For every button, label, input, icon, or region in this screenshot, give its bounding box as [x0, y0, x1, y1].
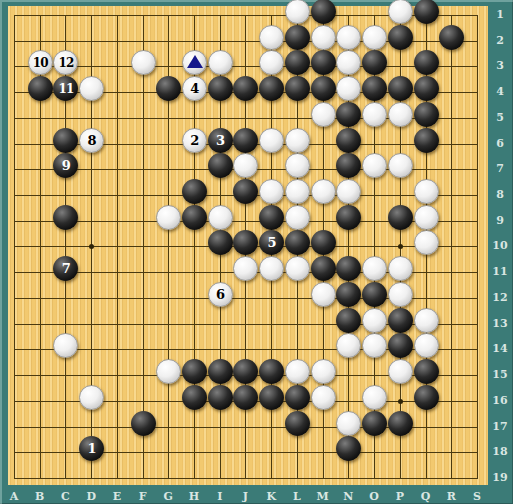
white-stone-F3[interactable]	[131, 50, 156, 75]
black-stone-P14[interactable]	[388, 333, 413, 358]
white-stone-L1[interactable]	[285, 0, 310, 24]
white-stone-P5[interactable]	[388, 102, 413, 127]
column-label-B: B	[32, 490, 48, 503]
black-stone-Q1[interactable]	[414, 0, 439, 24]
stone-move-number: 9	[62, 159, 71, 172]
black-stone-Q5[interactable]	[414, 102, 439, 127]
black-stone-J15[interactable]	[233, 359, 258, 384]
black-stone-L2[interactable]	[285, 25, 310, 50]
black-stone-M11[interactable]	[311, 256, 336, 281]
black-stone-K15[interactable]	[259, 359, 284, 384]
stone-move-number: 12	[59, 57, 74, 69]
column-label-G: G	[160, 490, 176, 503]
stone-move-number: 3	[216, 134, 225, 147]
white-stone-L8[interactable]	[285, 179, 310, 204]
row-label-2: 2	[490, 34, 510, 47]
white-stone-Q10[interactable]	[414, 230, 439, 255]
black-stone-N7[interactable]	[336, 153, 361, 178]
white-stone-L6[interactable]	[285, 128, 310, 153]
black-stone-Q3[interactable]	[414, 50, 439, 75]
black-stone-C6[interactable]	[53, 128, 78, 153]
stone-move-number: 10	[33, 57, 48, 69]
column-label-L: L	[289, 490, 305, 503]
row-label-12: 12	[490, 291, 510, 304]
black-stone-G4[interactable]	[156, 76, 181, 101]
white-stone-P7[interactable]	[388, 153, 413, 178]
black-stone-C7[interactable]: 9	[53, 153, 78, 178]
column-label-J: J	[237, 490, 253, 503]
row-label-10: 10	[490, 239, 510, 252]
white-stone-H3[interactable]	[182, 50, 207, 75]
column-label-E: E	[109, 490, 125, 503]
black-stone-R2[interactable]	[439, 25, 464, 50]
white-stone-K11[interactable]	[259, 256, 284, 281]
white-stone-M12[interactable]	[311, 282, 336, 307]
grid-line	[14, 478, 478, 479]
stone-move-number: 7	[62, 262, 71, 275]
black-stone-I15[interactable]	[208, 359, 233, 384]
black-stone-I10[interactable]	[208, 230, 233, 255]
grid-line	[451, 15, 452, 479]
black-stone-O17[interactable]	[362, 411, 387, 436]
black-stone-N5[interactable]	[336, 102, 361, 127]
row-label-3: 3	[490, 59, 510, 72]
row-label-4: 4	[490, 85, 510, 98]
stone-move-number: 6	[216, 288, 225, 301]
white-stone-P15[interactable]	[388, 359, 413, 384]
black-stone-P17[interactable]	[388, 411, 413, 436]
white-stone-M5[interactable]	[311, 102, 336, 127]
white-stone-N2[interactable]	[336, 25, 361, 50]
white-stone-H4[interactable]: 4	[182, 76, 207, 101]
white-stone-N17[interactable]	[336, 411, 361, 436]
black-stone-K16[interactable]	[259, 385, 284, 410]
black-stone-H9[interactable]	[182, 205, 207, 230]
black-stone-Q4[interactable]	[414, 76, 439, 101]
black-stone-O4[interactable]	[362, 76, 387, 101]
black-stone-J10[interactable]	[233, 230, 258, 255]
stone-move-number: 5	[267, 236, 276, 249]
row-label-1: 1	[490, 8, 510, 21]
row-label-18: 18	[490, 445, 510, 458]
black-stone-P2[interactable]	[388, 25, 413, 50]
white-stone-P11[interactable]	[388, 256, 413, 281]
white-stone-G9[interactable]	[156, 205, 181, 230]
white-stone-K2[interactable]	[259, 25, 284, 50]
black-stone-N18[interactable]	[336, 436, 361, 461]
black-stone-H8[interactable]	[182, 179, 207, 204]
white-stone-N14[interactable]	[336, 333, 361, 358]
black-stone-L3[interactable]	[285, 50, 310, 75]
black-stone-L16[interactable]	[285, 385, 310, 410]
black-stone-P4[interactable]	[388, 76, 413, 101]
black-stone-C9[interactable]	[53, 205, 78, 230]
column-label-R: R	[443, 490, 459, 503]
row-label-8: 8	[490, 188, 510, 201]
black-stone-I6[interactable]: 3	[208, 128, 233, 153]
white-stone-D6[interactable]: 8	[79, 128, 104, 153]
row-label-19: 19	[490, 471, 510, 484]
white-stone-Q9[interactable]	[414, 205, 439, 230]
row-label-9: 9	[490, 214, 510, 227]
column-label-H: H	[186, 490, 202, 503]
triangle-marker-icon	[187, 55, 203, 68]
column-label-D: D	[83, 490, 99, 503]
white-stone-C3[interactable]: 12	[53, 50, 78, 75]
black-stone-H15[interactable]	[182, 359, 207, 384]
white-stone-M2[interactable]	[311, 25, 336, 50]
row-label-16: 16	[490, 394, 510, 407]
row-label-13: 13	[490, 317, 510, 330]
black-stone-N6[interactable]	[336, 128, 361, 153]
white-stone-K6[interactable]	[259, 128, 284, 153]
black-stone-J6[interactable]	[233, 128, 258, 153]
star-point	[398, 399, 403, 404]
black-stone-C4[interactable]: 11	[53, 76, 78, 101]
white-stone-G15[interactable]	[156, 359, 181, 384]
white-stone-D4[interactable]	[79, 76, 104, 101]
white-stone-M8[interactable]	[311, 179, 336, 204]
white-stone-J7[interactable]	[233, 153, 258, 178]
black-stone-J8[interactable]	[233, 179, 258, 204]
go-app-window: 101211482395761 ABCDEFGHIJKLMNOPQRS 1234…	[0, 0, 513, 504]
row-label-14: 14	[490, 342, 510, 355]
black-stone-F17[interactable]	[131, 411, 156, 436]
star-point	[89, 244, 94, 249]
black-stone-M10[interactable]	[311, 230, 336, 255]
black-stone-D18[interactable]: 1	[79, 436, 104, 461]
row-label-15: 15	[490, 368, 510, 381]
black-stone-P13[interactable]	[388, 308, 413, 333]
white-stone-O11[interactable]	[362, 256, 387, 281]
white-stone-Q8[interactable]	[414, 179, 439, 204]
stone-move-number: 2	[190, 134, 199, 147]
stone-move-number: 11	[59, 83, 74, 95]
black-stone-N9[interactable]	[336, 205, 361, 230]
black-stone-Q15[interactable]	[414, 359, 439, 384]
white-stone-P1[interactable]	[388, 0, 413, 24]
column-label-Q: Q	[418, 490, 434, 503]
white-stone-O13[interactable]	[362, 308, 387, 333]
column-label-F: F	[135, 490, 151, 503]
white-stone-O14[interactable]	[362, 333, 387, 358]
white-stone-O16[interactable]	[362, 385, 387, 410]
black-stone-N13[interactable]	[336, 308, 361, 333]
black-stone-P9[interactable]	[388, 205, 413, 230]
row-label-17: 17	[490, 420, 510, 433]
white-stone-L9[interactable]	[285, 205, 310, 230]
black-stone-L10[interactable]	[285, 230, 310, 255]
white-stone-L11[interactable]	[285, 256, 310, 281]
stone-move-number: 4	[190, 82, 199, 95]
column-label-O: O	[366, 490, 382, 503]
column-label-S: S	[469, 490, 485, 503]
column-label-I: I	[212, 490, 228, 503]
row-label-11: 11	[490, 265, 510, 278]
white-stone-O2[interactable]	[362, 25, 387, 50]
row-label-5: 5	[490, 111, 510, 124]
white-stone-B3[interactable]: 10	[28, 50, 53, 75]
column-label-N: N	[340, 490, 356, 503]
white-stone-K3[interactable]	[259, 50, 284, 75]
white-stone-I12[interactable]: 6	[208, 282, 233, 307]
black-stone-M3[interactable]	[311, 50, 336, 75]
grid-line	[477, 15, 478, 479]
black-stone-Q16[interactable]	[414, 385, 439, 410]
black-stone-N11[interactable]	[336, 256, 361, 281]
white-stone-I3[interactable]	[208, 50, 233, 75]
black-stone-I4[interactable]	[208, 76, 233, 101]
white-stone-C14[interactable]	[53, 333, 78, 358]
black-stone-O12[interactable]	[362, 282, 387, 307]
white-stone-N3[interactable]	[336, 50, 361, 75]
white-stone-L15[interactable]	[285, 359, 310, 384]
black-stone-L17[interactable]	[285, 411, 310, 436]
row-label-6: 6	[490, 137, 510, 150]
black-stone-C11[interactable]: 7	[53, 256, 78, 281]
white-stone-O7[interactable]	[362, 153, 387, 178]
white-stone-N8[interactable]	[336, 179, 361, 204]
white-stone-D16[interactable]	[79, 385, 104, 410]
black-stone-J4[interactable]	[233, 76, 258, 101]
white-stone-N4[interactable]	[336, 76, 361, 101]
white-stone-M16[interactable]	[311, 385, 336, 410]
column-label-C: C	[57, 490, 73, 503]
column-label-M: M	[315, 490, 331, 503]
black-stone-I16[interactable]	[208, 385, 233, 410]
black-stone-N12[interactable]	[336, 282, 361, 307]
black-stone-I7[interactable]	[208, 153, 233, 178]
star-point	[398, 244, 403, 249]
column-label-A: A	[6, 490, 22, 503]
black-stone-M1[interactable]	[311, 0, 336, 24]
white-stone-K8[interactable]	[259, 179, 284, 204]
stone-move-number: 1	[87, 442, 96, 455]
stone-move-number: 8	[87, 134, 96, 147]
white-stone-H6[interactable]: 2	[182, 128, 207, 153]
black-stone-K10[interactable]: 5	[259, 230, 284, 255]
black-stone-Q6[interactable]	[414, 128, 439, 153]
black-stone-J16[interactable]	[233, 385, 258, 410]
black-stone-H16[interactable]	[182, 385, 207, 410]
white-stone-L7[interactable]	[285, 153, 310, 178]
row-label-7: 7	[490, 162, 510, 175]
black-stone-O3[interactable]	[362, 50, 387, 75]
go-board[interactable]: 101211482395761	[8, 6, 488, 485]
black-stone-K9[interactable]	[259, 205, 284, 230]
white-stone-I9[interactable]	[208, 205, 233, 230]
white-stone-Q13[interactable]	[414, 308, 439, 333]
column-label-P: P	[392, 490, 408, 503]
white-stone-P12[interactable]	[388, 282, 413, 307]
white-stone-J11[interactable]	[233, 256, 258, 281]
white-stone-M15[interactable]	[311, 359, 336, 384]
black-stone-L4[interactable]	[285, 76, 310, 101]
black-stone-B4[interactable]	[28, 76, 53, 101]
column-label-K: K	[263, 490, 279, 503]
black-stone-K4[interactable]	[259, 76, 284, 101]
white-stone-Q14[interactable]	[414, 333, 439, 358]
white-stone-O5[interactable]	[362, 102, 387, 127]
black-stone-M4[interactable]	[311, 76, 336, 101]
